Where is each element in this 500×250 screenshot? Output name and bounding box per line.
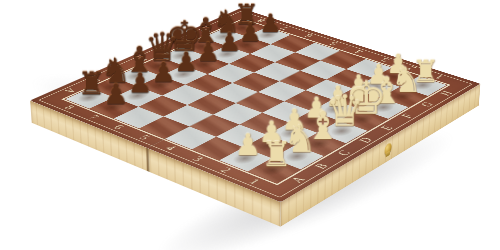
product-photo: ABCDEFGH ABCDEFGH 87654321 87654321 ♜♞♝♛… <box>0 0 500 250</box>
brass-clasp <box>383 141 393 159</box>
chess-board: ABCDEFGH ABCDEFGH 87654321 87654321 ♜♞♝♛… <box>30 8 480 202</box>
piece-dark-P-a7[interactable]: ♟ <box>93 81 139 109</box>
piece-light-R-a1[interactable]: ♜ <box>252 137 302 172</box>
clasp-plate <box>385 150 390 157</box>
